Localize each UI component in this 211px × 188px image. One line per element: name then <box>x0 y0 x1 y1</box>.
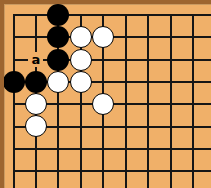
white-stone <box>70 26 92 48</box>
board-point <box>159 115 181 137</box>
white-stone <box>25 115 47 137</box>
board-point <box>182 4 204 26</box>
white-stone <box>92 26 114 48</box>
board-point <box>47 4 69 26</box>
board-point <box>92 93 114 115</box>
board-point <box>115 26 137 48</box>
board-point <box>70 138 92 160</box>
board-point <box>92 71 114 93</box>
board-point <box>70 93 92 115</box>
board-point <box>159 160 181 182</box>
board-point <box>2 160 24 182</box>
board-point <box>115 160 137 182</box>
board-point <box>92 115 114 137</box>
board-point <box>47 48 69 70</box>
board-point <box>47 138 69 160</box>
board-point <box>70 115 92 137</box>
board-point <box>182 160 204 182</box>
board-point <box>47 93 69 115</box>
black-stone <box>3 71 25 93</box>
board-point <box>2 138 24 160</box>
board-point <box>115 93 137 115</box>
board-point <box>182 26 204 48</box>
board-point <box>25 26 47 48</box>
board-point: a <box>25 48 47 70</box>
board-point <box>70 26 92 48</box>
white-stone <box>70 71 92 93</box>
board-point <box>25 71 47 93</box>
board-point <box>159 93 181 115</box>
board-point <box>137 4 159 26</box>
board-point <box>137 71 159 93</box>
board-point <box>92 4 114 26</box>
board-point <box>70 4 92 26</box>
black-stone <box>47 26 69 48</box>
board-point <box>92 48 114 70</box>
board-point <box>2 71 24 93</box>
board-point <box>92 160 114 182</box>
white-stone <box>70 49 92 71</box>
white-stone <box>25 93 47 115</box>
board-point <box>137 26 159 48</box>
board-point <box>2 4 24 26</box>
board-point <box>70 48 92 70</box>
board-point <box>92 138 114 160</box>
board-point <box>25 138 47 160</box>
board-point <box>159 48 181 70</box>
board-point <box>182 93 204 115</box>
board-point <box>159 26 181 48</box>
black-stone <box>47 4 69 26</box>
board-point <box>182 71 204 93</box>
board-point <box>2 26 24 48</box>
board-point <box>137 48 159 70</box>
board-point <box>47 115 69 137</box>
board-point <box>137 115 159 137</box>
board-point <box>115 138 137 160</box>
board-point <box>2 48 24 70</box>
black-stone <box>25 71 47 93</box>
board-point <box>159 71 181 93</box>
go-board: a <box>0 0 211 188</box>
board-point <box>47 71 69 93</box>
board-point <box>25 160 47 182</box>
board-point <box>70 71 92 93</box>
white-stone <box>92 93 114 115</box>
board-point <box>159 138 181 160</box>
board-point <box>115 4 137 26</box>
board-point <box>25 4 47 26</box>
board-point <box>25 115 47 137</box>
board-point <box>182 138 204 160</box>
white-stone <box>47 71 69 93</box>
board-point <box>70 160 92 182</box>
board-point <box>159 4 181 26</box>
black-stone <box>47 49 69 71</box>
board-point <box>47 26 69 48</box>
board-point <box>2 115 24 137</box>
board-point <box>2 93 24 115</box>
board-point <box>137 160 159 182</box>
board-point <box>137 93 159 115</box>
board-point <box>182 48 204 70</box>
board-point <box>115 48 137 70</box>
board-point <box>47 160 69 182</box>
board-point <box>115 115 137 137</box>
board-cells: a <box>2 4 204 182</box>
board-point <box>137 138 159 160</box>
board-point <box>182 115 204 137</box>
point-label-a: a <box>28 52 43 67</box>
board-point <box>115 71 137 93</box>
board-point <box>92 26 114 48</box>
board-point <box>25 93 47 115</box>
